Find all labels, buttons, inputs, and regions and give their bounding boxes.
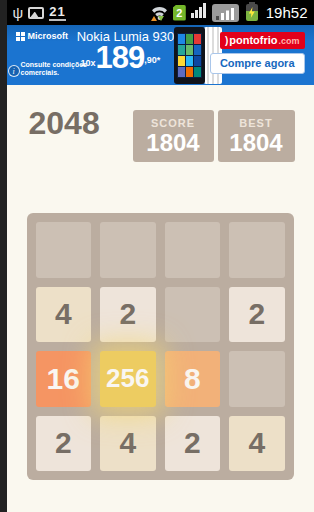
phone-tiles-screen <box>177 33 202 78</box>
ad-banner[interactable]: Microsoft Nokia Lumia 930 10x 189 ,90* i… <box>7 25 314 85</box>
score-value: 1804 <box>146 130 199 156</box>
best-box: BEST 1804 <box>218 110 295 162</box>
wifi-download-arrow-icon <box>158 16 164 21</box>
game-area: 2048 SCORE 1804 BEST 1804 4 2 2 16 256 8… <box>7 85 314 512</box>
ad-price: 10x 189 ,90* <box>81 43 161 73</box>
cell: 2 <box>100 287 156 343</box>
cell: 8 <box>165 351 221 407</box>
signal-icon <box>191 3 207 22</box>
ad-disclaimer-line2: comerciais. <box>21 69 88 77</box>
cell <box>36 222 92 278</box>
ad-disclaimer-line1: Consulte condições <box>21 61 88 69</box>
cell: 4 <box>36 287 92 343</box>
cell: 2 <box>229 287 285 343</box>
lightning-bolt-icon <box>249 7 255 18</box>
battery-charging-icon <box>246 4 258 21</box>
cell <box>165 222 221 278</box>
sim-card-icon: 2 <box>173 5 186 21</box>
cell: 2 <box>36 416 92 472</box>
signal2-icon <box>212 4 239 22</box>
store-logo[interactable]: ) pontofrio .com <box>220 32 305 49</box>
notification-count: 21 <box>49 4 65 21</box>
microsoft-brand-name: Microsoft <box>28 31 69 41</box>
ad-cta-button[interactable]: Compre agora <box>210 53 305 74</box>
cell: 4 <box>229 416 285 472</box>
cell: 256 <box>100 351 156 407</box>
wifi-upload-arrow-icon <box>151 16 157 21</box>
phone-screen: ψ 21 2 <box>7 0 314 512</box>
cell: 4 <box>100 416 156 472</box>
best-label: BEST <box>239 117 272 130</box>
wifi-icon <box>151 5 168 20</box>
store-name: pontofrio <box>229 34 277 46</box>
cell: 16 <box>36 351 92 407</box>
store-logo-mark-icon: ) <box>225 35 228 46</box>
ad-disclaimer: Consulte condições comerciais. <box>21 61 88 77</box>
cell: 2 <box>165 416 221 472</box>
clock-time: 19h52 <box>266 4 308 21</box>
gallery-icon <box>28 7 44 19</box>
score-label: SCORE <box>151 117 195 130</box>
cell <box>229 222 285 278</box>
usb-icon: ψ <box>13 0 24 25</box>
cell <box>100 222 156 278</box>
board-grid[interactable]: 4 2 2 16 256 8 2 4 2 4 <box>27 213 294 480</box>
ad-price-integer: 189 <box>96 43 145 73</box>
game-title: 2048 <box>29 105 100 142</box>
info-icon: i <box>8 65 20 77</box>
status-bar[interactable]: ψ 21 2 <box>7 0 314 25</box>
cell <box>229 351 285 407</box>
microsoft-logo-icon <box>16 32 25 41</box>
ad-price-cents: ,90* <box>144 55 160 65</box>
phone-body-image <box>174 27 205 84</box>
microsoft-brand: Microsoft <box>16 31 69 41</box>
store-tld: .com <box>278 36 299 46</box>
best-value: 1804 <box>229 130 282 156</box>
cell <box>165 287 221 343</box>
score-box: SCORE 1804 <box>133 110 214 162</box>
